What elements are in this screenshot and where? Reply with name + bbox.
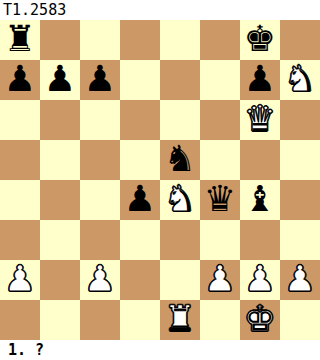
square-c5[interactable] xyxy=(80,140,120,180)
square-h8[interactable] xyxy=(280,20,320,60)
square-a7[interactable]: ♟ xyxy=(0,60,40,100)
square-e1[interactable]: ♜ xyxy=(160,300,200,340)
black-king-icon: ♚ xyxy=(244,20,276,59)
square-c3[interactable] xyxy=(80,220,120,260)
white-knight-icon: ♞ xyxy=(164,180,196,219)
square-f5[interactable] xyxy=(200,140,240,180)
square-c1[interactable] xyxy=(80,300,120,340)
white-pawn-icon: ♟ xyxy=(4,260,36,299)
square-f4[interactable]: ♛ xyxy=(200,180,240,220)
square-b8[interactable] xyxy=(40,20,80,60)
square-g8[interactable]: ♚ xyxy=(240,20,280,60)
square-b6[interactable] xyxy=(40,100,80,140)
square-h5[interactable] xyxy=(280,140,320,180)
square-e3[interactable] xyxy=(160,220,200,260)
square-h6[interactable] xyxy=(280,100,320,140)
square-h7[interactable]: ♞ xyxy=(280,60,320,100)
white-queen-icon: ♛ xyxy=(244,100,276,139)
square-e6[interactable] xyxy=(160,100,200,140)
black-bishop-icon: ♝ xyxy=(244,180,276,219)
square-a6[interactable] xyxy=(0,100,40,140)
black-queen-icon: ♛ xyxy=(204,180,236,219)
square-g6[interactable]: ♛ xyxy=(240,100,280,140)
square-e7[interactable] xyxy=(160,60,200,100)
square-f3[interactable] xyxy=(200,220,240,260)
square-g5[interactable] xyxy=(240,140,280,180)
square-d4[interactable]: ♟ xyxy=(120,180,160,220)
black-rook-icon: ♜ xyxy=(4,20,36,59)
square-d8[interactable] xyxy=(120,20,160,60)
square-b1[interactable] xyxy=(40,300,80,340)
square-a5[interactable] xyxy=(0,140,40,180)
white-pawn-icon: ♟ xyxy=(84,260,116,299)
square-a2[interactable]: ♟ xyxy=(0,260,40,300)
square-e4[interactable]: ♞ xyxy=(160,180,200,220)
square-d2[interactable] xyxy=(120,260,160,300)
black-pawn-icon: ♟ xyxy=(124,180,156,219)
square-f6[interactable] xyxy=(200,100,240,140)
square-h1[interactable] xyxy=(280,300,320,340)
square-f7[interactable] xyxy=(200,60,240,100)
white-king-icon: ♚ xyxy=(244,300,276,339)
black-pawn-icon: ♟ xyxy=(244,60,276,99)
square-c2[interactable]: ♟ xyxy=(80,260,120,300)
square-b4[interactable] xyxy=(40,180,80,220)
black-knight-icon: ♞ xyxy=(164,140,196,179)
square-d3[interactable] xyxy=(120,220,160,260)
white-rook-icon: ♜ xyxy=(164,300,196,339)
square-g4[interactable]: ♝ xyxy=(240,180,280,220)
square-c7[interactable]: ♟ xyxy=(80,60,120,100)
square-g2[interactable]: ♟ xyxy=(240,260,280,300)
square-e5[interactable]: ♞ xyxy=(160,140,200,180)
move-prompt: 1. ? xyxy=(0,340,44,360)
square-b7[interactable]: ♟ xyxy=(40,60,80,100)
puzzle-id: T1.2583 xyxy=(0,0,66,20)
white-pawn-icon: ♟ xyxy=(244,260,276,299)
square-a3[interactable] xyxy=(0,220,40,260)
title-bar: T1.2583 xyxy=(0,0,320,20)
square-f1[interactable] xyxy=(200,300,240,340)
square-a4[interactable] xyxy=(0,180,40,220)
square-c8[interactable] xyxy=(80,20,120,60)
square-g3[interactable] xyxy=(240,220,280,260)
square-a1[interactable] xyxy=(0,300,40,340)
square-f2[interactable]: ♟ xyxy=(200,260,240,300)
square-h3[interactable] xyxy=(280,220,320,260)
square-e2[interactable] xyxy=(160,260,200,300)
black-pawn-icon: ♟ xyxy=(4,60,36,99)
square-b3[interactable] xyxy=(40,220,80,260)
square-c6[interactable] xyxy=(80,100,120,140)
square-b2[interactable] xyxy=(40,260,80,300)
square-g1[interactable]: ♚ xyxy=(240,300,280,340)
status-bar: 1. ? xyxy=(0,340,320,360)
square-c4[interactable] xyxy=(80,180,120,220)
white-pawn-icon: ♟ xyxy=(204,260,236,299)
white-pawn-icon: ♟ xyxy=(284,260,316,299)
square-h4[interactable] xyxy=(280,180,320,220)
black-pawn-icon: ♟ xyxy=(44,60,76,99)
square-h2[interactable]: ♟ xyxy=(280,260,320,300)
square-a8[interactable]: ♜ xyxy=(0,20,40,60)
square-d6[interactable] xyxy=(120,100,160,140)
white-knight-icon: ♞ xyxy=(284,60,316,99)
square-f8[interactable] xyxy=(200,20,240,60)
square-d1[interactable] xyxy=(120,300,160,340)
square-b5[interactable] xyxy=(40,140,80,180)
square-g7[interactable]: ♟ xyxy=(240,60,280,100)
square-d5[interactable] xyxy=(120,140,160,180)
square-e8[interactable] xyxy=(160,20,200,60)
black-pawn-icon: ♟ xyxy=(84,60,116,99)
square-d7[interactable] xyxy=(120,60,160,100)
chess-board: ♜♚♟♟♟♟♞♛♞♟♞♛♝♟♟♟♟♟♜♚ xyxy=(0,20,320,340)
